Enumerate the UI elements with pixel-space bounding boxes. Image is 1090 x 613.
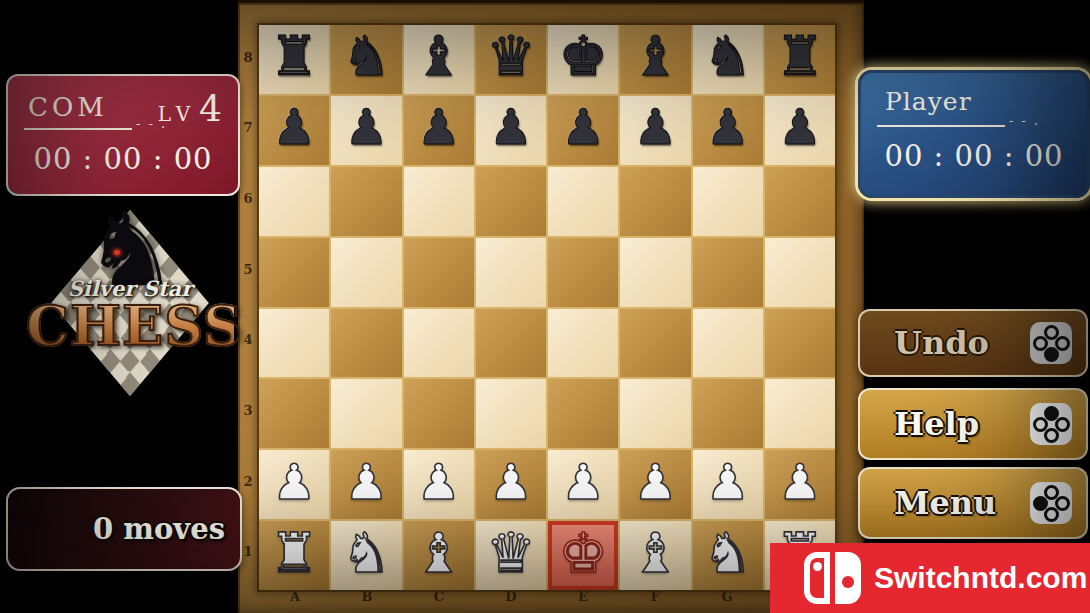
square-e2[interactable]: ♟ (548, 450, 618, 519)
square-f2[interactable]: ♟ (620, 450, 690, 519)
player-dashes: - - . (1009, 113, 1040, 128)
square-a8[interactable]: ♜ (259, 25, 329, 94)
move-counter-panel: 0 moves (6, 487, 242, 571)
square-g1[interactable]: ♞ (693, 521, 763, 590)
square-d5[interactable] (476, 238, 546, 307)
square-f6[interactable] (620, 167, 690, 236)
piece-black-bishop: ♝ (631, 29, 680, 84)
square-b8[interactable]: ♞ (331, 25, 401, 94)
logo-knight-eye (114, 250, 120, 255)
piece-black-pawn: ♟ (489, 103, 533, 152)
rank-label-7: 7 (239, 93, 257, 164)
square-c8[interactable]: ♝ (404, 25, 474, 94)
square-d3[interactable] (476, 379, 546, 448)
square-h7[interactable]: ♟ (765, 96, 835, 165)
switch-y-button-icon (1030, 482, 1072, 524)
move-counter-text: 0 moves (23, 512, 225, 546)
square-a2[interactable]: ♟ (259, 450, 329, 519)
piece-white-king: ♚ (558, 526, 607, 581)
piece-white-knight: ♞ (703, 526, 752, 581)
piece-white-pawn: ♟ (633, 458, 677, 507)
file-label-c: C (403, 589, 475, 611)
square-d2[interactable]: ♟ (476, 450, 546, 519)
square-d7[interactable]: ♟ (476, 96, 546, 165)
com-timer: 00 : 00 : 00 (8, 142, 238, 176)
square-a3[interactable] (259, 379, 329, 448)
piece-white-pawn: ♟ (778, 458, 822, 507)
piece-black-rook: ♜ (775, 29, 824, 84)
square-b1[interactable]: ♞ (331, 521, 401, 590)
square-d8[interactable]: ♛ (476, 25, 546, 94)
square-g3[interactable] (693, 379, 763, 448)
silver-star-chess-logo: ♞ Silver Star CHESS (26, 210, 234, 396)
file-label-e: E (547, 589, 619, 611)
square-c7[interactable]: ♟ (404, 96, 474, 165)
square-a4[interactable] (259, 309, 329, 378)
square-e4[interactable] (548, 309, 618, 378)
switch-b-button-icon (1030, 322, 1072, 364)
menu-button[interactable]: Menu (858, 467, 1088, 539)
level-label: LV (158, 102, 197, 126)
piece-white-bishop: ♝ (631, 526, 680, 581)
square-a5[interactable] (259, 238, 329, 307)
piece-black-bishop: ♝ (414, 29, 463, 84)
square-h2[interactable]: ♟ (765, 450, 835, 519)
piece-black-pawn: ♟ (706, 103, 750, 152)
piece-black-king: ♚ (558, 29, 607, 84)
square-f1[interactable]: ♝ (620, 521, 690, 590)
square-c3[interactable] (404, 379, 474, 448)
square-e1[interactable]: ♚ (548, 521, 618, 590)
square-e3[interactable] (548, 379, 618, 448)
menu-button-label: Menu (894, 484, 996, 522)
square-g6[interactable] (693, 167, 763, 236)
piece-white-rook: ♜ (269, 526, 318, 581)
undo-button-label: Undo (894, 324, 989, 362)
square-g8[interactable]: ♞ (693, 25, 763, 94)
player-clock-panel: Player - - . 00 : 00 : 00 (858, 70, 1090, 198)
piece-black-pawn: ♟ (272, 103, 316, 152)
help-button[interactable]: Help (858, 388, 1088, 460)
square-a7[interactable]: ♟ (259, 96, 329, 165)
square-g4[interactable] (693, 309, 763, 378)
square-d6[interactable] (476, 167, 546, 236)
piece-black-pawn: ♟ (417, 103, 461, 152)
piece-white-queen: ♛ (486, 526, 535, 581)
piece-black-pawn: ♟ (344, 103, 388, 152)
square-b2[interactable]: ♟ (331, 450, 401, 519)
piece-black-knight: ♞ (342, 29, 391, 84)
file-label-a: A (259, 589, 331, 611)
square-b3[interactable] (331, 379, 401, 448)
square-c1[interactable]: ♝ (404, 521, 474, 590)
chess-board: ♜♞♝♛♚♝♞♜♟♟♟♟♟♟♟♟♟♟♟♟♟♟♟♟♜♞♝♛♚♝♞♜ (259, 25, 835, 590)
game-screen: ♜♞♝♛♚♝♞♜♟♟♟♟♟♟♟♟♟♟♟♟♟♟♟♟♜♞♝♛♚♝♞♜ 8765432… (0, 0, 1090, 613)
watermark-banner: Switchntd.com (770, 543, 1090, 613)
rank-label-3: 3 (239, 375, 257, 446)
piece-white-pawn: ♟ (417, 458, 461, 507)
piece-white-knight: ♞ (342, 526, 391, 581)
square-b4[interactable] (331, 309, 401, 378)
square-f5[interactable] (620, 238, 690, 307)
square-g5[interactable] (693, 238, 763, 307)
piece-black-pawn: ♟ (778, 103, 822, 152)
square-f3[interactable] (620, 379, 690, 448)
square-c2[interactable]: ♟ (404, 450, 474, 519)
piece-white-bishop: ♝ (414, 526, 463, 581)
nintendo-switch-icon (804, 552, 862, 604)
player-underline (877, 125, 1005, 127)
rank-label-8: 8 (239, 22, 257, 93)
square-g2[interactable]: ♟ (693, 450, 763, 519)
player-label: Player (885, 87, 972, 116)
square-h3[interactable] (765, 379, 835, 448)
square-c4[interactable] (404, 309, 474, 378)
square-h6[interactable] (765, 167, 835, 236)
undo-button[interactable]: Undo (858, 309, 1088, 377)
square-d1[interactable]: ♛ (476, 521, 546, 590)
file-label-d: D (475, 589, 547, 611)
file-label-b: B (331, 589, 403, 611)
piece-white-pawn: ♟ (344, 458, 388, 507)
square-h8[interactable]: ♜ (765, 25, 835, 94)
chess-board-frame: ♜♞♝♛♚♝♞♜♟♟♟♟♟♟♟♟♟♟♟♟♟♟♟♟♜♞♝♛♚♝♞♜ (238, 0, 864, 613)
square-f8[interactable]: ♝ (620, 25, 690, 94)
square-d4[interactable] (476, 309, 546, 378)
square-g7[interactable]: ♟ (693, 96, 763, 165)
watermark-text: Switchntd.com (874, 561, 1087, 595)
piece-black-pawn: ♟ (633, 103, 677, 152)
com-clock-panel: COM - - . LV4 00 : 00 : 00 (6, 74, 240, 196)
help-button-label: Help (894, 405, 979, 443)
piece-white-pawn: ♟ (272, 458, 316, 507)
piece-black-pawn: ♟ (561, 103, 605, 152)
square-e6[interactable] (548, 167, 618, 236)
square-c5[interactable] (404, 238, 474, 307)
square-h5[interactable] (765, 238, 835, 307)
piece-white-pawn: ♟ (561, 458, 605, 507)
square-e8[interactable]: ♚ (548, 25, 618, 94)
logo-title-line2: CHESS (26, 294, 234, 358)
square-a1[interactable]: ♜ (259, 521, 329, 590)
com-label: COM (28, 92, 108, 122)
level-value: 4 (199, 88, 222, 129)
rank-label-6: 6 (239, 163, 257, 234)
square-b6[interactable] (331, 167, 401, 236)
square-f4[interactable] (620, 309, 690, 378)
square-c6[interactable] (404, 167, 474, 236)
file-labels: ABCDEFGH (259, 589, 835, 611)
com-underline (24, 128, 132, 130)
piece-white-pawn: ♟ (706, 458, 750, 507)
file-label-f: F (619, 589, 691, 611)
square-e7[interactable]: ♟ (548, 96, 618, 165)
square-b7[interactable]: ♟ (331, 96, 401, 165)
square-h4[interactable] (765, 309, 835, 378)
square-b5[interactable] (331, 238, 401, 307)
player-timer: 00 : 00 : 00 (861, 139, 1087, 173)
com-level: LV4 (158, 88, 222, 129)
file-label-g: G (691, 589, 763, 611)
piece-black-rook: ♜ (269, 29, 318, 84)
square-f7[interactable]: ♟ (620, 96, 690, 165)
switch-x-button-icon (1030, 403, 1072, 445)
square-a6[interactable] (259, 167, 329, 236)
square-e5[interactable] (548, 238, 618, 307)
piece-black-queen: ♛ (486, 29, 535, 84)
piece-black-knight: ♞ (703, 29, 752, 84)
piece-white-pawn: ♟ (489, 458, 533, 507)
